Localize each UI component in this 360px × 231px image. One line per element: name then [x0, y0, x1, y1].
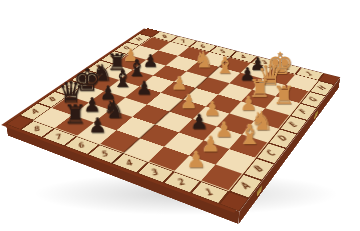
- rank-label: 5: [102, 150, 110, 159]
- brass-clasp: [314, 110, 318, 119]
- file-label: E: [288, 121, 300, 128]
- rank-label: 1: [205, 187, 215, 197]
- piece-white-pawn-a2: ♟: [177, 148, 215, 170]
- rank-label: 4: [126, 159, 134, 168]
- file-label: G: [307, 96, 319, 103]
- rank-label: 3: [151, 168, 160, 177]
- piece-white-rook-f1: ♜: [267, 82, 300, 107]
- file-label: F: [298, 108, 310, 115]
- file-label: A: [239, 181, 253, 191]
- rank-label: 6: [78, 141, 85, 149]
- rank-label: 1: [305, 71, 314, 77]
- rank-label: 7: [181, 39, 188, 44]
- scene-3d: ABCDEFGH8♛♚♞♜♟87♜♟♟♝♝♟76♟♞♟65♟♞54♟♝43♟♟♟…: [0, 0, 360, 231]
- piece-black-pawn-a6: ♟: [80, 115, 115, 136]
- chess-board: ABCDEFGH8♛♚♞♜♟87♜♟♟♝♝♟76♟♞♟65♟♞54♟♝43♟♟♟…: [1, 28, 336, 212]
- file-label: H: [316, 85, 328, 92]
- brass-clasp: [257, 185, 262, 197]
- file-label: A: [31, 108, 41, 115]
- rank-label: 8: [34, 125, 41, 133]
- product-photo-stage: ABCDEFGH8♛♚♞♜♟87♜♟♟♝♝♟76♟♞♟65♟♞54♟♝43♟♟♟…: [0, 0, 360, 231]
- rank-label: 7: [56, 133, 63, 141]
- file-label: C: [265, 149, 278, 158]
- rank-label: 8: [162, 34, 168, 39]
- file-label: B: [253, 164, 266, 173]
- file-label: H: [135, 37, 144, 42]
- piece-black-pawn-d6: ♟: [128, 78, 160, 97]
- piece-white-bishop-c1: ♝: [232, 120, 268, 148]
- file-label: D: [276, 134, 289, 142]
- rank-label: 2: [177, 177, 187, 187]
- board-grid: ABCDEFGH8♛♚♞♜♟87♜♟♟♝♝♟76♟♞♟65♟♞54♟♝43♟♟♟…: [6, 30, 333, 209]
